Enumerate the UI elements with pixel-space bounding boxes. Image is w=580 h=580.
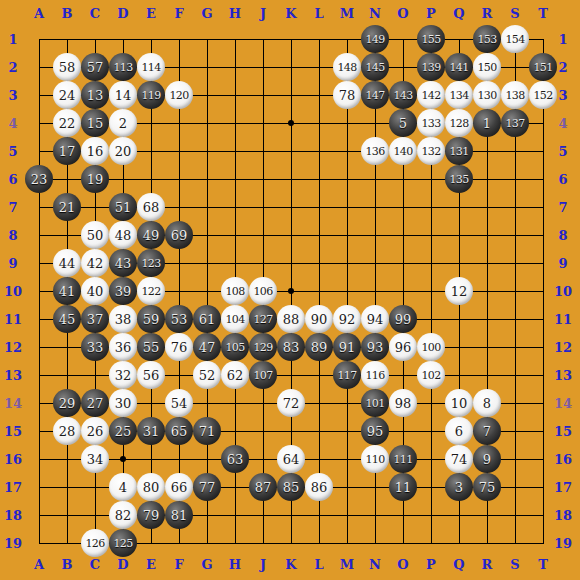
row-label-right: 5 [558,144,567,159]
column-label-top: N [369,6,381,21]
stone-black[interactable]: 125 [109,529,137,557]
stone-white[interactable]: 133 [417,109,445,137]
stone-white[interactable]: 16 [81,137,109,165]
stone-black[interactable]: 53 [165,305,193,333]
stone-white[interactable]: 14 [109,81,137,109]
stone-white[interactable]: 36 [109,333,137,361]
column-label-top: O [397,6,408,21]
go-board[interactable]: AABBCCDDEEFFGGHHJJKKLLMMNNOOPPQQRRSSTT11… [0,0,580,580]
stone-black[interactable]: 21 [53,193,81,221]
stone-move-number: 44 [59,257,76,270]
stone-white[interactable]: 24 [53,81,81,109]
stone-move-number: 56 [143,369,160,382]
stone-white[interactable]: 130 [473,81,501,109]
stone-white[interactable]: 64 [277,445,305,473]
stone-move-number: 128 [449,118,468,129]
stone-move-number: 6 [455,425,463,438]
stone-move-number: 40 [87,285,104,298]
stone-move-number: 94 [367,313,384,326]
stone-move-number: 2 [119,117,127,130]
row-label-left: 11 [4,312,22,327]
column-label-top: P [426,6,436,21]
stone-white[interactable]: 20 [109,137,137,165]
column-label-bottom: N [369,557,381,572]
stone-white[interactable]: 48 [109,221,137,249]
stone-move-number: 20 [115,145,132,158]
stone-move-number: 147 [365,90,384,101]
stone-black[interactable]: 11 [389,473,417,501]
column-label-top: S [510,6,519,21]
stone-move-number: 27 [87,397,104,410]
stone-black[interactable]: 59 [137,305,165,333]
stone-white[interactable]: 154 [501,25,529,53]
star-point [288,120,294,126]
stone-move-number: 71 [199,425,216,438]
column-label-top: Q [453,6,464,21]
stone-move-number: 33 [87,341,104,354]
stone-black[interactable]: 149 [361,25,389,53]
stone-white[interactable]: 4 [109,473,137,501]
stone-white[interactable]: 74 [445,445,473,473]
row-label-right: 8 [558,228,567,243]
stone-black[interactable]: 37 [81,305,109,333]
column-label-top: A [34,6,44,21]
stone-move-number: 116 [365,370,384,381]
stone-white[interactable]: 100 [417,333,445,361]
column-label-top: T [538,6,548,21]
stone-black[interactable]: 119 [137,81,165,109]
column-label-bottom: K [285,557,296,572]
stone-white[interactable]: 92 [333,305,361,333]
stone-black[interactable]: 123 [137,249,165,277]
stone-move-number: 68 [143,201,160,214]
stone-black[interactable]: 105 [221,333,249,361]
stone-black[interactable]: 137 [501,109,529,137]
stone-white[interactable]: 132 [417,137,445,165]
row-label-right: 14 [554,396,572,411]
stone-black[interactable]: 143 [389,81,417,109]
stone-black[interactable]: 25 [109,417,137,445]
stone-black[interactable]: 3 [445,473,473,501]
stone-move-number: 104 [225,314,244,325]
stone-move-number: 148 [337,62,356,73]
stone-move-number: 155 [421,34,440,45]
row-label-left: 15 [4,424,22,439]
row-label-left: 3 [8,88,17,103]
stone-white[interactable]: 40 [81,277,109,305]
stone-move-number: 21 [59,201,76,214]
stone-move-number: 43 [115,257,132,270]
stone-move-number: 22 [59,117,76,130]
row-label-right: 6 [558,172,567,187]
stone-move-number: 36 [115,341,132,354]
stone-white[interactable]: 120 [165,81,193,109]
stone-move-number: 120 [169,90,188,101]
stone-move-number: 90 [311,313,328,326]
stone-white[interactable]: 22 [53,109,81,137]
stone-move-number: 136 [365,146,384,157]
column-label-top: C [90,6,100,21]
row-label-right: 3 [558,88,567,103]
stone-white[interactable]: 94 [361,305,389,333]
stone-white[interactable]: 114 [137,53,165,81]
stone-black[interactable]: 7 [473,417,501,445]
stone-move-number: 126 [85,538,104,549]
stone-white[interactable]: 58 [53,53,81,81]
column-label-bottom: H [229,557,241,572]
stone-move-number: 140 [393,146,412,157]
stone-move-number: 141 [449,62,468,73]
row-label-left: 7 [8,200,17,215]
stone-move-number: 145 [365,62,384,73]
stone-black[interactable]: 83 [277,333,305,361]
stone-move-number: 7 [483,425,491,438]
stone-white[interactable]: 102 [417,361,445,389]
column-label-bottom: C [90,557,100,572]
stone-white[interactable]: 148 [333,53,361,81]
stone-move-number: 72 [283,397,300,410]
stone-black[interactable]: 89 [305,333,333,361]
stone-black[interactable]: 99 [389,305,417,333]
stone-move-number: 129 [253,342,272,353]
stone-white[interactable]: 8 [473,389,501,417]
stone-white[interactable]: 38 [109,305,137,333]
stone-white[interactable]: 10 [445,389,473,417]
grid-line-vertical [543,39,544,544]
stone-black[interactable]: 63 [221,445,249,473]
stone-move-number: 48 [115,229,132,242]
stone-white[interactable]: 66 [165,473,193,501]
stone-black[interactable]: 79 [137,501,165,529]
stone-white[interactable]: 28 [53,417,81,445]
stone-move-number: 122 [141,286,160,297]
stone-black[interactable]: 81 [165,501,193,529]
stone-white[interactable]: 150 [473,53,501,81]
stone-black[interactable]: 55 [137,333,165,361]
stone-black[interactable]: 31 [137,417,165,445]
stone-black[interactable]: 147 [361,81,389,109]
stone-move-number: 62 [227,369,244,382]
row-label-left: 10 [4,284,22,299]
stone-black[interactable]: 135 [445,165,473,193]
stone-move-number: 17 [59,145,76,158]
stone-move-number: 45 [59,313,76,326]
stone-move-number: 52 [199,369,216,382]
stone-black[interactable]: 129 [249,333,277,361]
stone-black[interactable]: 5 [389,109,417,137]
stone-move-number: 111 [393,454,412,465]
row-label-left: 4 [8,116,17,131]
stone-move-number: 16 [87,145,104,158]
stone-black[interactable]: 139 [417,53,445,81]
stone-move-number: 105 [225,342,244,353]
stone-white[interactable]: 80 [137,473,165,501]
stone-white[interactable]: 104 [221,305,249,333]
stone-move-number: 4 [119,481,127,494]
stone-move-number: 29 [59,397,76,410]
stone-move-number: 26 [87,425,104,438]
stone-black[interactable]: 87 [249,473,277,501]
stone-white[interactable]: 12 [445,277,473,305]
stone-move-number: 66 [171,481,188,494]
stone-move-number: 117 [337,370,356,381]
stone-black[interactable]: 107 [249,361,277,389]
row-label-right: 16 [554,452,572,467]
stone-move-number: 134 [449,90,468,101]
stone-move-number: 107 [253,370,272,381]
stone-white[interactable]: 82 [109,501,137,529]
stone-black[interactable]: 153 [473,25,501,53]
stone-move-number: 91 [339,341,356,354]
stone-move-number: 108 [225,286,244,297]
row-label-left: 2 [8,60,17,75]
row-label-left: 17 [4,480,22,495]
stone-black[interactable]: 27 [81,389,109,417]
column-label-bottom: B [62,557,73,572]
column-label-top: B [62,6,73,21]
stone-move-number: 139 [421,62,440,73]
stone-move-number: 83 [283,341,300,354]
column-label-bottom: R [482,557,493,572]
column-label-bottom: S [510,557,519,572]
stone-move-number: 49 [143,229,160,242]
stone-move-number: 23 [31,173,48,186]
row-label-right: 11 [554,312,572,327]
stone-move-number: 37 [87,313,104,326]
stone-white[interactable]: 30 [109,389,137,417]
stone-white[interactable]: 2 [109,109,137,137]
stone-black[interactable]: 1 [473,109,501,137]
stone-black[interactable]: 111 [389,445,417,473]
stone-black[interactable]: 131 [445,137,473,165]
stone-black[interactable]: 117 [333,361,361,389]
stone-move-number: 34 [87,453,104,466]
row-label-left: 14 [4,396,22,411]
stone-white[interactable]: 98 [389,389,417,417]
column-label-bottom: F [174,557,183,572]
stone-white[interactable]: 128 [445,109,473,137]
stone-move-number: 153 [477,34,496,45]
stone-white[interactable]: 96 [389,333,417,361]
stone-black[interactable]: 19 [81,165,109,193]
stone-black[interactable]: 9 [473,445,501,473]
stone-white[interactable]: 72 [277,389,305,417]
stone-white[interactable]: 106 [249,277,277,305]
row-label-left: 1 [8,32,17,47]
stone-white[interactable]: 62 [221,361,249,389]
stone-move-number: 152 [533,90,552,101]
stone-move-number: 92 [339,313,356,326]
stone-move-number: 24 [59,89,76,102]
stone-white[interactable]: 110 [361,445,389,473]
stone-white[interactable]: 52 [193,361,221,389]
stone-move-number: 130 [477,90,496,101]
stone-black[interactable]: 45 [53,305,81,333]
stone-white[interactable]: 76 [165,333,193,361]
stone-move-number: 63 [227,453,244,466]
stone-white[interactable]: 78 [333,81,361,109]
stone-black[interactable]: 85 [277,473,305,501]
stone-move-number: 74 [451,453,468,466]
stone-white[interactable]: 152 [529,81,557,109]
stone-black[interactable]: 17 [53,137,81,165]
row-label-left: 19 [4,536,22,551]
stone-white[interactable]: 6 [445,417,473,445]
stone-move-number: 19 [87,173,104,186]
row-label-right: 19 [554,536,572,551]
stone-black[interactable]: 127 [249,305,277,333]
stone-white[interactable]: 50 [81,221,109,249]
stone-black[interactable]: 65 [165,417,193,445]
stone-white[interactable]: 32 [109,361,137,389]
stone-move-number: 95 [367,425,384,438]
stone-move-number: 151 [533,62,552,73]
stone-black[interactable]: 145 [361,53,389,81]
row-label-right: 7 [558,200,567,215]
stone-black[interactable]: 91 [333,333,361,361]
stone-black[interactable]: 113 [109,53,137,81]
stone-black[interactable]: 95 [361,417,389,445]
star-point [120,456,126,462]
stone-move-number: 3 [455,481,463,494]
stone-move-number: 10 [451,397,468,410]
row-label-left: 12 [4,340,22,355]
stone-white[interactable]: 122 [137,277,165,305]
stone-white[interactable]: 88 [277,305,305,333]
stone-black[interactable]: 77 [193,473,221,501]
stone-white[interactable]: 108 [221,277,249,305]
stone-white[interactable]: 56 [137,361,165,389]
stone-white[interactable]: 138 [501,81,529,109]
stone-move-number: 42 [87,257,104,270]
stone-white[interactable]: 116 [361,361,389,389]
stone-move-number: 78 [339,89,356,102]
stone-move-number: 133 [421,118,440,129]
stone-move-number: 149 [365,34,384,45]
stone-white[interactable]: 142 [417,81,445,109]
stone-move-number: 119 [141,90,160,101]
stone-white[interactable]: 134 [445,81,473,109]
stone-black[interactable]: 141 [445,53,473,81]
stone-move-number: 77 [199,481,216,494]
stone-black[interactable]: 47 [193,333,221,361]
stone-white[interactable]: 26 [81,417,109,445]
stone-white[interactable]: 54 [165,389,193,417]
row-label-left: 5 [8,144,17,159]
stone-move-number: 89 [311,341,328,354]
stone-black[interactable]: 43 [109,249,137,277]
stone-black[interactable]: 51 [109,193,137,221]
row-label-right: 13 [554,368,572,383]
stone-move-number: 76 [171,341,188,354]
stone-move-number: 8 [483,397,491,410]
stone-move-number: 137 [505,118,524,129]
column-label-bottom: L [314,557,323,572]
stone-white[interactable]: 126 [81,529,109,557]
column-label-top: G [201,6,212,21]
stone-white[interactable]: 136 [361,137,389,165]
stone-black[interactable]: 41 [53,277,81,305]
column-label-bottom: Q [453,557,464,572]
stone-move-number: 113 [113,62,132,73]
stone-black[interactable]: 75 [473,473,501,501]
row-label-right: 4 [558,116,567,131]
stone-white[interactable]: 44 [53,249,81,277]
stone-move-number: 13 [87,89,104,102]
stone-move-number: 51 [115,201,132,214]
stone-move-number: 132 [421,146,440,157]
stone-move-number: 50 [87,229,104,242]
column-label-bottom: P [426,557,436,572]
stone-move-number: 75 [479,481,496,494]
column-label-bottom: O [397,557,408,572]
stone-move-number: 31 [143,425,160,438]
stone-move-number: 25 [115,425,132,438]
stone-move-number: 88 [283,313,300,326]
stone-white[interactable]: 68 [137,193,165,221]
stone-black[interactable]: 69 [165,221,193,249]
stone-white[interactable]: 86 [305,473,333,501]
stone-move-number: 5 [399,117,407,130]
stone-move-number: 54 [171,397,188,410]
column-label-bottom: G [201,557,212,572]
row-label-left: 16 [4,452,22,467]
stone-move-number: 127 [253,314,272,325]
stone-black[interactable]: 61 [193,305,221,333]
stone-move-number: 15 [87,117,104,130]
stone-move-number: 81 [171,509,188,522]
stone-white[interactable]: 140 [389,137,417,165]
stone-black[interactable]: 155 [417,25,445,53]
stone-white[interactable]: 90 [305,305,333,333]
stone-move-number: 80 [143,481,160,494]
stone-move-number: 61 [199,313,216,326]
stone-black[interactable]: 15 [81,109,109,137]
column-label-top: R [482,6,493,21]
column-label-top: L [314,6,323,21]
stone-move-number: 150 [477,62,496,73]
stone-black[interactable]: 23 [25,165,53,193]
stone-black[interactable]: 33 [81,333,109,361]
stone-black[interactable]: 57 [81,53,109,81]
stone-move-number: 86 [311,481,328,494]
column-label-top: J [260,6,266,21]
stone-move-number: 53 [171,313,188,326]
stone-move-number: 102 [421,370,440,381]
row-label-right: 1 [558,32,567,47]
stone-white[interactable]: 42 [81,249,109,277]
stone-black[interactable]: 93 [361,333,389,361]
stone-move-number: 55 [143,341,160,354]
stone-black[interactable]: 101 [361,389,389,417]
stone-black[interactable]: 39 [109,277,137,305]
stone-move-number: 99 [395,313,412,326]
stone-move-number: 14 [115,89,132,102]
stone-black[interactable]: 151 [529,53,557,81]
stone-black[interactable]: 71 [193,417,221,445]
stone-black[interactable]: 29 [53,389,81,417]
stone-move-number: 82 [115,509,132,522]
stone-black[interactable]: 13 [81,81,109,109]
row-label-left: 6 [8,172,17,187]
stone-black[interactable]: 49 [137,221,165,249]
stone-move-number: 57 [87,61,104,74]
column-label-bottom: A [34,557,44,572]
stone-white[interactable]: 34 [81,445,109,473]
grid-line-vertical [347,39,348,544]
column-label-bottom: D [117,557,128,572]
column-label-bottom: J [260,557,266,572]
